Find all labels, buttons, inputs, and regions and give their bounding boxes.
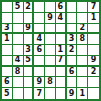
cell-r2c1[interactable]: [2, 13, 13, 24]
cell-r9c7: 9: [67, 88, 78, 99]
cell-r6c5[interactable]: [45, 56, 56, 67]
cell-r4c1: 1: [2, 34, 13, 45]
cell-r1c7[interactable]: [67, 2, 78, 13]
cell-r6c3: 5: [24, 56, 35, 67]
cell-r4c8: 8: [77, 34, 88, 45]
cell-r7c3[interactable]: [24, 67, 35, 78]
cell-r2c8[interactable]: [77, 13, 88, 24]
cell-r5c2[interactable]: [13, 45, 24, 56]
cell-r7c8[interactable]: [77, 67, 88, 78]
cell-r1c6: 6: [56, 2, 67, 13]
cell-r2c3[interactable]: [24, 13, 35, 24]
cell-r1c1[interactable]: [2, 2, 13, 13]
cell-r9c3[interactable]: [24, 88, 35, 99]
cell-r2c4[interactable]: [34, 13, 45, 24]
cell-r3c5[interactable]: [45, 24, 56, 35]
cell-r8c2[interactable]: [13, 77, 24, 88]
cell-r8c9[interactable]: [88, 77, 99, 88]
cell-r4c6[interactable]: [56, 34, 67, 45]
cell-r4c3[interactable]: [24, 34, 35, 45]
cell-r5c6: 1: [56, 45, 67, 56]
cell-r3c1: 3: [2, 24, 13, 35]
cell-r6c6: 7: [56, 56, 67, 67]
cell-r5c4: 6: [34, 45, 45, 56]
cell-r6c1[interactable]: [2, 56, 13, 67]
cell-r3c7[interactable]: [67, 24, 78, 35]
cell-r8c5: 8: [45, 77, 56, 88]
cell-r7c5[interactable]: [45, 67, 56, 78]
cell-r1c4[interactable]: [34, 2, 45, 13]
cell-r8c7[interactable]: [67, 77, 78, 88]
cell-r2c7[interactable]: [67, 13, 78, 24]
cell-r2c9: 1: [88, 13, 99, 24]
cell-r9c5[interactable]: [45, 88, 56, 99]
cell-r2c6: 4: [56, 13, 67, 24]
cell-r1c3: 2: [24, 2, 35, 13]
cell-r7c1[interactable]: [2, 67, 13, 78]
cell-r7c7: 6: [67, 67, 78, 78]
cell-r5c5[interactable]: [45, 45, 56, 56]
cell-r9c1: 5: [2, 88, 13, 99]
cell-r5c9[interactable]: [88, 45, 99, 56]
cell-r5c3: 3: [24, 45, 35, 56]
cell-r2c5: 9: [45, 13, 56, 24]
cell-r8c6[interactable]: [56, 77, 67, 88]
cell-r4c7: 3: [67, 34, 78, 45]
cell-r9c9[interactable]: [88, 88, 99, 99]
cell-r3c9[interactable]: [88, 24, 99, 35]
cell-r1c9: 7: [88, 2, 99, 13]
cell-r4c2[interactable]: [13, 34, 24, 45]
cell-r3c2[interactable]: [13, 24, 24, 35]
cell-r4c4: 4: [34, 34, 45, 45]
cell-r8c1: 6: [2, 77, 13, 88]
cell-r4c5[interactable]: [45, 34, 56, 45]
cell-r5c1[interactable]: [2, 45, 13, 56]
cell-r6c8[interactable]: [77, 56, 88, 67]
cell-r3c6[interactable]: [56, 24, 67, 35]
cell-r9c6[interactable]: [56, 88, 67, 99]
cell-r1c2: 5: [13, 2, 24, 13]
sudoku-board: 52679413921438361245798626985791: [0, 0, 101, 101]
cell-r6c9: 9: [88, 56, 99, 67]
cell-r1c8[interactable]: [77, 2, 88, 13]
cell-r3c3: 9: [24, 24, 35, 35]
cell-r7c9: 2: [88, 67, 99, 78]
cell-r9c2[interactable]: [13, 88, 24, 99]
cell-r3c8: 2: [77, 24, 88, 35]
cell-r6c2: 4: [13, 56, 24, 67]
cell-r9c8: 1: [77, 88, 88, 99]
cell-r5c8[interactable]: [77, 45, 88, 56]
cell-r7c4[interactable]: [34, 67, 45, 78]
cell-r9c4: 7: [34, 88, 45, 99]
cell-r7c2: 8: [13, 67, 24, 78]
cell-r6c4[interactable]: [34, 56, 45, 67]
cell-r8c8[interactable]: [77, 77, 88, 88]
cell-r1c5[interactable]: [45, 2, 56, 13]
cell-r4c9[interactable]: [88, 34, 99, 45]
cell-r7c6[interactable]: [56, 67, 67, 78]
cell-r2c2[interactable]: [13, 13, 24, 24]
cell-r8c3[interactable]: [24, 77, 35, 88]
cell-r3c4[interactable]: [34, 24, 45, 35]
cell-r5c7: 2: [67, 45, 78, 56]
cell-r6c7[interactable]: [67, 56, 78, 67]
cell-r8c4: 9: [34, 77, 45, 88]
